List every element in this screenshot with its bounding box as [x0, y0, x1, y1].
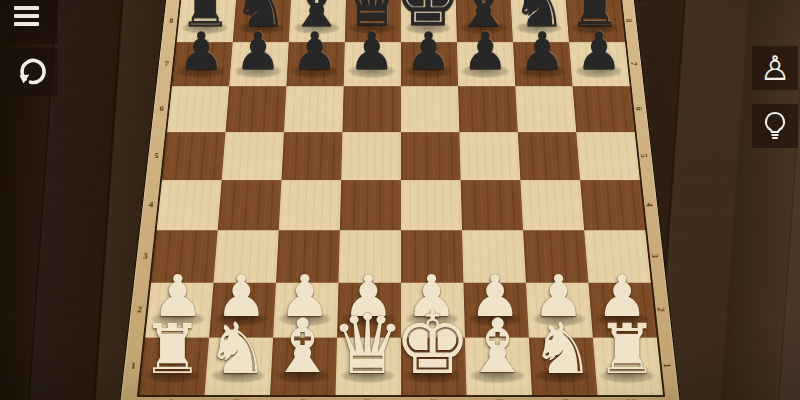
square-h5[interactable]: [576, 132, 640, 180]
white-rook-a1[interactable]: ♜: [142, 315, 204, 384]
square-h6[interactable]: [573, 86, 635, 132]
square-a5[interactable]: [162, 132, 226, 180]
white-knight-b1[interactable]: ♞: [206, 313, 270, 384]
black-pawn-f7[interactable]: ♟: [462, 26, 508, 78]
hint-button[interactable]: [752, 104, 798, 148]
rank-label-left-7: 7: [161, 60, 172, 67]
rank-label-left-3: 3: [139, 251, 151, 260]
black-pawn-h7[interactable]: ♟: [576, 26, 622, 78]
square-a6[interactable]: [167, 86, 229, 132]
rank-label-left-8: 8: [166, 17, 177, 24]
square-b4[interactable]: [218, 180, 282, 230]
rank-label-left-4: 4: [145, 200, 157, 208]
piece-style-button[interactable]: ♙: [752, 46, 798, 90]
square-b5[interactable]: [222, 132, 284, 180]
square-f6[interactable]: [458, 86, 518, 132]
square-g6[interactable]: [515, 86, 576, 132]
black-pawn-d7[interactable]: ♟: [348, 26, 394, 78]
square-c6[interactable]: [284, 86, 344, 132]
white-bishop-c1[interactable]: ♝: [269, 310, 336, 385]
black-pawn-b7[interactable]: ♟: [235, 26, 281, 78]
file-label-bottom-d: D: [335, 396, 401, 400]
square-f5[interactable]: [459, 132, 520, 180]
white-bishop-f1[interactable]: ♝: [464, 310, 531, 385]
square-b6[interactable]: [226, 86, 287, 132]
square-d4[interactable]: [340, 180, 401, 230]
square-a4[interactable]: [157, 180, 222, 230]
chess-app-screen: 1122334455667788AABBCCDDEEFFGGHH ♜♞♝♛♚♝♞…: [0, 0, 800, 400]
rank-label-right-5: 5: [638, 151, 649, 160]
square-e5[interactable]: [401, 132, 461, 180]
black-pawn-c7[interactable]: ♟: [292, 26, 338, 78]
black-pawn-a7[interactable]: ♟: [178, 26, 224, 78]
square-g5[interactable]: [518, 132, 580, 180]
square-e6[interactable]: [401, 86, 459, 132]
hamburger-menu-icon: [14, 6, 39, 26]
file-label-bottom-h: H: [598, 396, 665, 400]
file-label-bottom-e: E: [401, 396, 467, 400]
rank-label-right-1: 1: [661, 360, 673, 370]
square-h4[interactable]: [580, 180, 645, 230]
white-king-e1[interactable]: ♚: [394, 299, 472, 386]
file-label-bottom-f: F: [467, 396, 533, 400]
square-c5[interactable]: [281, 132, 342, 180]
file-label-bottom-c: C: [269, 396, 335, 400]
square-f4[interactable]: [461, 180, 523, 230]
white-knight-g1[interactable]: ♞: [531, 313, 595, 384]
file-label-bottom-a: A: [137, 396, 204, 400]
rank-label-right-8: 8: [624, 17, 634, 25]
square-c4[interactable]: [279, 180, 341, 230]
black-pawn-e7[interactable]: ♟: [405, 26, 451, 78]
rank-label-left-1: 1: [127, 361, 140, 371]
lightbulb-icon: [760, 110, 790, 142]
rotate-button[interactable]: [8, 48, 58, 96]
file-label-bottom-b: B: [203, 396, 270, 400]
file-label-bottom-g: G: [532, 396, 599, 400]
square-g4[interactable]: [520, 180, 584, 230]
rank-label-right-3: 3: [649, 251, 660, 261]
white-pawn-icon: ♙: [760, 51, 790, 85]
menu-button[interactable]: [8, 0, 58, 44]
rank-label-right-7: 7: [628, 60, 638, 68]
square-d5[interactable]: [341, 132, 401, 180]
square-d6[interactable]: [342, 86, 400, 132]
square-e4[interactable]: [401, 180, 462, 230]
white-rook-h1[interactable]: ♜: [597, 315, 659, 384]
rank-label-right-4: 4: [643, 200, 654, 209]
rank-label-left-6: 6: [156, 105, 167, 113]
black-pawn-g7[interactable]: ♟: [519, 26, 565, 78]
rank-label-right-6: 6: [633, 105, 644, 113]
rotate-counterclockwise-icon: [17, 56, 49, 88]
rank-label-left-5: 5: [151, 152, 163, 160]
